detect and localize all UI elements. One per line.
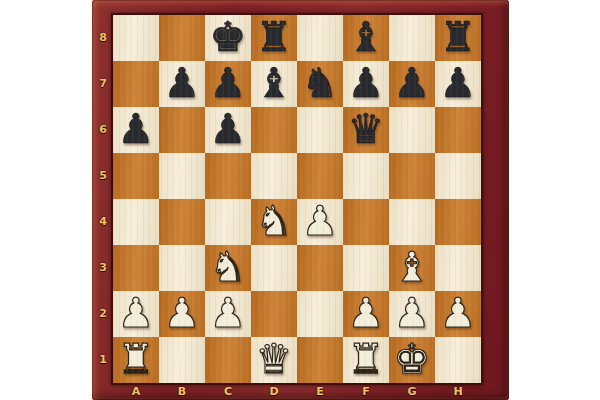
rank-label-8: 8 (96, 15, 110, 61)
square-g8[interactable] (389, 15, 435, 61)
square-g3[interactable]: ♝ (389, 245, 435, 291)
square-f7[interactable]: ♟ (343, 61, 389, 107)
white-knight-c3[interactable]: ♞ (205, 245, 251, 291)
white-rook-f1[interactable]: ♜ (343, 337, 389, 383)
square-h5[interactable] (435, 153, 481, 199)
file-label-f: F (343, 385, 389, 399)
rank-label-3: 3 (96, 245, 110, 291)
file-label-d: D (251, 385, 297, 399)
square-b6[interactable] (159, 107, 205, 153)
square-a3[interactable] (113, 245, 159, 291)
square-f4[interactable] (343, 199, 389, 245)
black-bishop-f8[interactable]: ♝ (343, 15, 389, 61)
square-d3[interactable] (251, 245, 297, 291)
black-knight-e7[interactable]: ♞ (297, 61, 343, 107)
square-e4[interactable]: ♟ (297, 199, 343, 245)
square-f8[interactable]: ♝ (343, 15, 389, 61)
square-d2[interactable] (251, 291, 297, 337)
square-b7[interactable]: ♟ (159, 61, 205, 107)
square-c4[interactable] (205, 199, 251, 245)
rank-label-4: 4 (96, 199, 110, 245)
square-f3[interactable] (343, 245, 389, 291)
white-knight-d4[interactable]: ♞ (251, 199, 297, 245)
black-pawn-f7[interactable]: ♟ (343, 61, 389, 107)
square-c5[interactable] (205, 153, 251, 199)
square-d1[interactable]: ♛ (251, 337, 297, 383)
rank-label-1: 1 (96, 337, 110, 383)
chessboard: ♚♜♝♜♟♟♝♞♟♟♟♟♟♛♞♟♞♝♟♟♟♟♟♟♜♛♜♚ (113, 15, 481, 383)
square-c7[interactable]: ♟ (205, 61, 251, 107)
square-e2[interactable] (297, 291, 343, 337)
square-e3[interactable] (297, 245, 343, 291)
square-e6[interactable] (297, 107, 343, 153)
white-queen-d1[interactable]: ♛ (251, 337, 297, 383)
black-rook-h8[interactable]: ♜ (435, 15, 481, 61)
square-g5[interactable] (389, 153, 435, 199)
white-pawn-c2[interactable]: ♟ (205, 291, 251, 337)
white-pawn-g2[interactable]: ♟ (389, 291, 435, 337)
white-king-g1[interactable]: ♚ (389, 337, 435, 383)
black-pawn-b7[interactable]: ♟ (159, 61, 205, 107)
square-g7[interactable]: ♟ (389, 61, 435, 107)
file-label-b: B (159, 385, 205, 399)
square-a2[interactable]: ♟ (113, 291, 159, 337)
square-g4[interactable] (389, 199, 435, 245)
square-b3[interactable] (159, 245, 205, 291)
square-h7[interactable]: ♟ (435, 61, 481, 107)
rank-label-6: 6 (96, 107, 110, 153)
black-king-c8[interactable]: ♚ (205, 15, 251, 61)
square-b2[interactable]: ♟ (159, 291, 205, 337)
white-pawn-a2[interactable]: ♟ (113, 291, 159, 337)
file-label-e: E (297, 385, 343, 399)
white-pawn-f2[interactable]: ♟ (343, 291, 389, 337)
square-f2[interactable]: ♟ (343, 291, 389, 337)
black-pawn-g7[interactable]: ♟ (389, 61, 435, 107)
square-h8[interactable]: ♜ (435, 15, 481, 61)
rank-label-7: 7 (96, 61, 110, 107)
rank-label-2: 2 (96, 291, 110, 337)
square-a5[interactable] (113, 153, 159, 199)
square-h6[interactable] (435, 107, 481, 153)
square-c8[interactable]: ♚ (205, 15, 251, 61)
square-a7[interactable] (113, 61, 159, 107)
file-label-c: C (205, 385, 251, 399)
square-f1[interactable]: ♜ (343, 337, 389, 383)
square-e5[interactable] (297, 153, 343, 199)
black-pawn-c6[interactable]: ♟ (205, 107, 251, 153)
square-c1[interactable] (205, 337, 251, 383)
square-e7[interactable]: ♞ (297, 61, 343, 107)
square-g1[interactable]: ♚ (389, 337, 435, 383)
square-b4[interactable] (159, 199, 205, 245)
square-d7[interactable]: ♝ (251, 61, 297, 107)
square-c2[interactable]: ♟ (205, 291, 251, 337)
square-h3[interactable] (435, 245, 481, 291)
square-c3[interactable]: ♞ (205, 245, 251, 291)
black-pawn-c7[interactable]: ♟ (205, 61, 251, 107)
file-label-h: H (435, 385, 481, 399)
white-rook-a1[interactable]: ♜ (113, 337, 159, 383)
page: ♚♜♝♜♟♟♝♞♟♟♟♟♟♛♞♟♞♝♟♟♟♟♟♟♜♛♜♚ 87654321 AB… (0, 0, 600, 400)
chessboard-frame: ♚♜♝♜♟♟♝♞♟♟♟♟♟♛♞♟♞♝♟♟♟♟♟♟♜♛♜♚ 87654321 AB… (92, 0, 509, 400)
black-pawn-a6[interactable]: ♟ (113, 107, 159, 153)
square-b1[interactable] (159, 337, 205, 383)
black-pawn-h7[interactable]: ♟ (435, 61, 481, 107)
square-f5[interactable] (343, 153, 389, 199)
square-d5[interactable] (251, 153, 297, 199)
square-h4[interactable] (435, 199, 481, 245)
file-label-a: A (113, 385, 159, 399)
white-bishop-g3[interactable]: ♝ (389, 245, 435, 291)
square-a4[interactable] (113, 199, 159, 245)
square-b5[interactable] (159, 153, 205, 199)
black-rook-d8[interactable]: ♜ (251, 15, 297, 61)
white-pawn-e4[interactable]: ♟ (297, 199, 343, 245)
file-label-g: G (389, 385, 435, 399)
square-b8[interactable] (159, 15, 205, 61)
square-d4[interactable]: ♞ (251, 199, 297, 245)
square-e1[interactable] (297, 337, 343, 383)
square-c6[interactable]: ♟ (205, 107, 251, 153)
square-f6[interactable]: ♛ (343, 107, 389, 153)
white-pawn-h2[interactable]: ♟ (435, 291, 481, 337)
rank-label-5: 5 (96, 153, 110, 199)
black-queen-f6[interactable]: ♛ (343, 107, 389, 153)
black-bishop-d7[interactable]: ♝ (251, 61, 297, 107)
square-a6[interactable]: ♟ (113, 107, 159, 153)
square-g6[interactable] (389, 107, 435, 153)
square-a1[interactable]: ♜ (113, 337, 159, 383)
square-a8[interactable] (113, 15, 159, 61)
square-d8[interactable]: ♜ (251, 15, 297, 61)
square-h2[interactable]: ♟ (435, 291, 481, 337)
chessboard-border: ♚♜♝♜♟♟♝♞♟♟♟♟♟♛♞♟♞♝♟♟♟♟♟♟♜♛♜♚ (111, 13, 483, 385)
square-d6[interactable] (251, 107, 297, 153)
square-e8[interactable] (297, 15, 343, 61)
white-pawn-b2[interactable]: ♟ (159, 291, 205, 337)
square-g2[interactable]: ♟ (389, 291, 435, 337)
square-h1[interactable] (435, 337, 481, 383)
